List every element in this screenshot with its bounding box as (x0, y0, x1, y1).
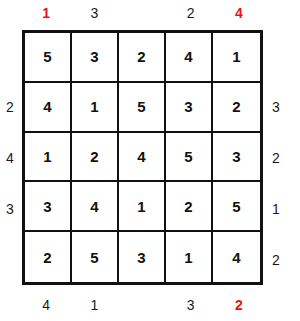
left-clue-1 (0, 30, 20, 81)
cell-r5c3[interactable]: 3 (119, 232, 166, 282)
cell-r4c1[interactable]: 3 (25, 182, 72, 232)
right-clue-3: 2 (265, 132, 287, 183)
bottom-clues: 4132 (22, 291, 263, 319)
cell-r5c2[interactable]: 5 (72, 232, 119, 282)
cell-r3c1[interactable]: 1 (25, 133, 72, 183)
cell-r2c5[interactable]: 2 (213, 83, 260, 133)
cell-r1c3[interactable]: 2 (119, 33, 166, 83)
cell-r2c2[interactable]: 1 (72, 83, 119, 133)
right-clue-5: 2 (265, 234, 287, 285)
cell-r3c4[interactable]: 5 (166, 133, 213, 183)
bottom-clue-4: 3 (167, 291, 215, 319)
cell-r3c3[interactable]: 4 (119, 133, 166, 183)
cell-r5c1[interactable]: 2 (25, 232, 72, 282)
cell-r1c4[interactable]: 4 (166, 33, 213, 83)
top-clue-2: 3 (70, 0, 118, 26)
cell-r1c1[interactable]: 5 (25, 33, 72, 83)
puzzle-grid: 5324141532124533412525314 (22, 30, 263, 285)
cell-r5c4[interactable]: 1 (166, 232, 213, 282)
bottom-clue-3 (118, 291, 166, 319)
cell-r1c5[interactable]: 1 (213, 33, 260, 83)
bottom-clue-5: 2 (215, 291, 263, 319)
right-clue-2: 3 (265, 81, 287, 132)
skyscrapers-board: 1324 243 5324141532124533412525314 3212 … (0, 0, 300, 321)
top-clue-1: 1 (22, 0, 70, 26)
right-clues: 3212 (265, 30, 287, 285)
cell-r3c2[interactable]: 2 (72, 133, 119, 183)
bottom-clue-1: 4 (22, 291, 70, 319)
top-clue-5: 4 (215, 0, 263, 26)
left-clue-5 (0, 234, 20, 285)
cell-r4c2[interactable]: 4 (72, 182, 119, 232)
left-clue-2: 2 (0, 81, 20, 132)
cell-r2c1[interactable]: 4 (25, 83, 72, 133)
cell-r2c4[interactable]: 3 (166, 83, 213, 133)
cell-r4c3[interactable]: 1 (119, 182, 166, 232)
top-clue-4: 2 (167, 0, 215, 26)
cell-r4c4[interactable]: 2 (166, 182, 213, 232)
cell-r2c3[interactable]: 5 (119, 83, 166, 133)
bottom-clue-2: 1 (70, 291, 118, 319)
cell-r1c2[interactable]: 3 (72, 33, 119, 83)
right-clue-4: 1 (265, 183, 287, 234)
cell-r4c5[interactable]: 5 (213, 182, 260, 232)
cell-r3c5[interactable]: 3 (213, 133, 260, 183)
left-clue-4: 3 (0, 183, 20, 234)
right-clue-1 (265, 30, 287, 81)
cell-r5c5[interactable]: 4 (213, 232, 260, 282)
top-clues: 1324 (22, 0, 263, 26)
left-clues: 243 (0, 30, 20, 285)
left-clue-3: 4 (0, 132, 20, 183)
top-clue-3 (118, 0, 166, 26)
